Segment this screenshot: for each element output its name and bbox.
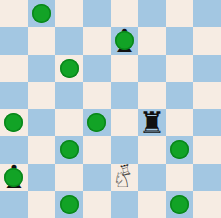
move-target-dot bbox=[32, 4, 51, 23]
square-e2[interactable]: ♖♘ bbox=[111, 164, 139, 191]
square-b3[interactable] bbox=[28, 136, 56, 163]
square-f6[interactable] bbox=[138, 55, 166, 82]
square-c4[interactable] bbox=[55, 109, 83, 136]
square-d2[interactable] bbox=[83, 164, 111, 191]
square-a7[interactable] bbox=[0, 27, 28, 54]
square-g2[interactable] bbox=[166, 164, 194, 191]
knight-head-icon: ♘ bbox=[113, 170, 132, 191]
square-c3[interactable] bbox=[55, 136, 83, 163]
square-d3[interactable] bbox=[83, 136, 111, 163]
square-f1[interactable] bbox=[138, 191, 166, 218]
square-c7[interactable] bbox=[55, 27, 83, 54]
move-target-dot bbox=[60, 140, 79, 159]
move-target-dot bbox=[60, 59, 79, 78]
move-target-dot bbox=[170, 140, 189, 159]
square-c6[interactable] bbox=[55, 55, 83, 82]
square-b4[interactable] bbox=[28, 109, 56, 136]
square-d8[interactable] bbox=[83, 0, 111, 27]
square-f2[interactable] bbox=[138, 164, 166, 191]
chess-board: ♝♜♝♖♘ bbox=[0, 0, 221, 218]
square-g8[interactable] bbox=[166, 0, 194, 27]
white-knight-rook-piece: ♖♘ bbox=[111, 164, 139, 191]
square-g1[interactable] bbox=[166, 191, 194, 218]
square-h3[interactable] bbox=[193, 136, 221, 163]
square-h7[interactable] bbox=[193, 27, 221, 54]
square-d7[interactable] bbox=[83, 27, 111, 54]
square-e5[interactable] bbox=[111, 82, 139, 109]
square-b8[interactable] bbox=[28, 0, 56, 27]
square-f8[interactable] bbox=[138, 0, 166, 27]
square-e4[interactable] bbox=[111, 109, 139, 136]
square-h8[interactable] bbox=[193, 0, 221, 27]
square-a4[interactable] bbox=[0, 109, 28, 136]
square-h1[interactable] bbox=[193, 191, 221, 218]
black-rook: ♜ bbox=[138, 109, 166, 136]
square-a2[interactable]: ♝ bbox=[0, 164, 28, 191]
square-c1[interactable] bbox=[55, 191, 83, 218]
square-f4[interactable]: ♜ bbox=[138, 109, 166, 136]
square-b7[interactable] bbox=[28, 27, 56, 54]
square-b5[interactable] bbox=[28, 82, 56, 109]
square-h4[interactable] bbox=[193, 109, 221, 136]
square-g6[interactable] bbox=[166, 55, 194, 82]
square-c5[interactable] bbox=[55, 82, 83, 109]
move-target-dot bbox=[60, 195, 79, 214]
square-g7[interactable] bbox=[166, 27, 194, 54]
move-target-dot bbox=[170, 195, 189, 214]
square-d4[interactable] bbox=[83, 109, 111, 136]
square-a6[interactable] bbox=[0, 55, 28, 82]
square-f7[interactable] bbox=[138, 27, 166, 54]
square-h2[interactable] bbox=[193, 164, 221, 191]
square-a8[interactable] bbox=[0, 0, 28, 27]
square-f3[interactable] bbox=[138, 136, 166, 163]
square-g5[interactable] bbox=[166, 82, 194, 109]
square-g4[interactable] bbox=[166, 109, 194, 136]
square-h5[interactable] bbox=[193, 82, 221, 109]
move-target-dot bbox=[4, 113, 23, 132]
square-a5[interactable] bbox=[0, 82, 28, 109]
square-c8[interactable] bbox=[55, 0, 83, 27]
square-b1[interactable] bbox=[28, 191, 56, 218]
square-e3[interactable] bbox=[111, 136, 139, 163]
square-e7[interactable]: ♝ bbox=[111, 27, 139, 54]
square-d6[interactable] bbox=[83, 55, 111, 82]
square-g3[interactable] bbox=[166, 136, 194, 163]
move-target-dot bbox=[87, 113, 106, 132]
square-d1[interactable] bbox=[83, 191, 111, 218]
square-b2[interactable] bbox=[28, 164, 56, 191]
square-c2[interactable] bbox=[55, 164, 83, 191]
square-b6[interactable] bbox=[28, 55, 56, 82]
move-target-dot bbox=[4, 168, 23, 187]
square-e1[interactable] bbox=[111, 191, 139, 218]
square-d5[interactable] bbox=[83, 82, 111, 109]
square-h6[interactable] bbox=[193, 55, 221, 82]
